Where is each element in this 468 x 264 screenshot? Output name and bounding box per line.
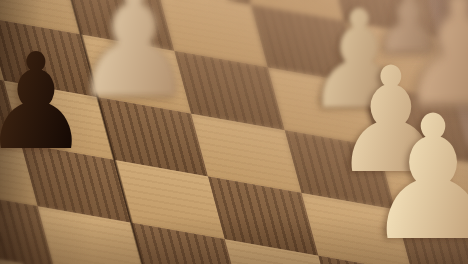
pieces-layer: ♟♟♟♟♟♟♟ xyxy=(0,0,468,264)
chessboard-photo: ♟♟♟♟♟♟♟ xyxy=(0,0,468,264)
piece-black-pawn-d5[interactable]: ♟ xyxy=(0,36,90,169)
piece-white-pawn-h4[interactable]: ♟ xyxy=(364,93,468,264)
